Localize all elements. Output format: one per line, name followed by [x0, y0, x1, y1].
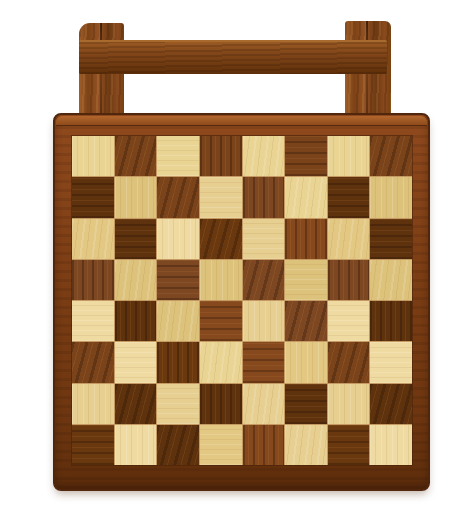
board-square[interactable] — [200, 384, 242, 424]
board-square[interactable] — [285, 384, 327, 424]
board-square[interactable] — [115, 384, 157, 424]
board-square[interactable] — [157, 425, 199, 465]
board-square[interactable] — [115, 342, 157, 382]
product-photo — [0, 0, 474, 509]
board-square[interactable] — [243, 219, 285, 259]
board-square[interactable] — [285, 260, 327, 300]
board-square[interactable] — [328, 260, 370, 300]
board-square[interactable] — [115, 219, 157, 259]
board-square[interactable] — [243, 260, 285, 300]
board-square[interactable] — [72, 260, 114, 300]
board-square[interactable] — [285, 177, 327, 217]
board-square[interactable] — [115, 260, 157, 300]
board-square[interactable] — [72, 301, 114, 341]
board-square[interactable] — [115, 425, 157, 465]
board-square[interactable] — [285, 425, 327, 465]
board-square[interactable] — [200, 219, 242, 259]
board-square[interactable] — [72, 425, 114, 465]
board-square[interactable] — [285, 136, 327, 176]
board-square[interactable] — [328, 342, 370, 382]
board-square[interactable] — [115, 301, 157, 341]
board-square[interactable] — [370, 384, 412, 424]
board-square[interactable] — [157, 342, 199, 382]
board-square[interactable] — [200, 177, 242, 217]
board-square[interactable] — [157, 384, 199, 424]
board-square[interactable] — [200, 342, 242, 382]
board-square[interactable] — [157, 219, 199, 259]
board-square[interactable] — [243, 342, 285, 382]
board-square[interactable] — [157, 177, 199, 217]
chess-board — [53, 113, 430, 491]
board-square[interactable] — [200, 425, 242, 465]
board-square[interactable] — [370, 342, 412, 382]
board-square[interactable] — [285, 219, 327, 259]
board-square[interactable] — [72, 177, 114, 217]
board-square[interactable] — [200, 301, 242, 341]
board-square[interactable] — [157, 301, 199, 341]
board-square[interactable] — [243, 177, 285, 217]
board-square[interactable] — [200, 136, 242, 176]
board-square[interactable] — [328, 384, 370, 424]
board-square[interactable] — [243, 136, 285, 176]
board-square[interactable] — [285, 342, 327, 382]
board-square[interactable] — [115, 177, 157, 217]
board-square[interactable] — [72, 136, 114, 176]
board-square[interactable] — [285, 301, 327, 341]
board-square[interactable] — [328, 177, 370, 217]
board-square[interactable] — [328, 219, 370, 259]
board-square[interactable] — [72, 219, 114, 259]
board-square[interactable] — [370, 136, 412, 176]
board-square[interactable] — [72, 342, 114, 382]
board-square[interactable] — [157, 260, 199, 300]
board-square[interactable] — [115, 136, 157, 176]
board-square[interactable] — [370, 425, 412, 465]
frame-top-bevel — [56, 116, 427, 126]
chessboard-grid — [72, 136, 412, 465]
board-square[interactable] — [157, 136, 199, 176]
board-square[interactable] — [243, 301, 285, 341]
board-square[interactable] — [370, 260, 412, 300]
handle-crossbar — [79, 40, 387, 74]
board-square[interactable] — [72, 384, 114, 424]
board-square[interactable] — [328, 136, 370, 176]
board-square[interactable] — [370, 301, 412, 341]
board-square[interactable] — [370, 177, 412, 217]
board-square[interactable] — [328, 301, 370, 341]
board-square[interactable] — [243, 425, 285, 465]
board-square[interactable] — [243, 384, 285, 424]
board-square[interactable] — [328, 425, 370, 465]
board-square[interactable] — [370, 219, 412, 259]
board-square[interactable] — [200, 260, 242, 300]
